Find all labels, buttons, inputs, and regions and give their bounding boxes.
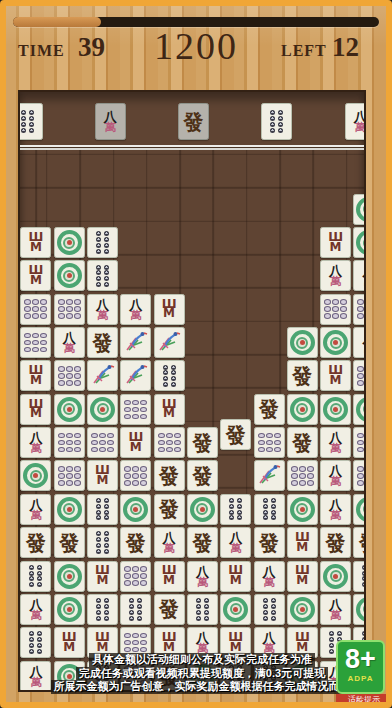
- eight-dots-tile[interactable]: [120, 594, 151, 625]
- fa-character: 發: [159, 599, 179, 619]
- fa-character: 發: [292, 433, 312, 453]
- eight-dots-icon: [195, 598, 210, 621]
- age-rating-badge: 8+ ADPA: [336, 640, 385, 694]
- time-value: 39: [78, 32, 105, 63]
- queue-eight-wan-tile: 八萬: [95, 103, 126, 140]
- wan-glyph: ШM: [128, 433, 143, 452]
- bamboo-bird-tile[interactable]: [87, 360, 118, 391]
- one-dot-circle-icon: [57, 597, 82, 622]
- eight-dots-icon: [28, 631, 43, 654]
- eight-wan-characters: 八萬: [163, 531, 176, 554]
- eight-wan-characters: 八萬: [329, 431, 342, 454]
- wan-glyph-tile[interactable]: ШM: [320, 360, 351, 391]
- nine-dots-tile[interactable]: [120, 561, 151, 592]
- eight-dots-tile[interactable]: [87, 494, 118, 525]
- fa-character: 發: [159, 499, 179, 519]
- fa-green-dragon-tile[interactable]: 發: [220, 419, 251, 450]
- fa-green-dragon-tile[interactable]: 發: [54, 527, 85, 558]
- eight-dots-tile[interactable]: [187, 594, 218, 625]
- nine-dots-icon: [357, 465, 366, 486]
- one-dot-circle-icon: [356, 397, 366, 422]
- one-dot-circle-icon: [290, 597, 315, 622]
- fa-character: 發: [292, 366, 312, 386]
- eight-dots-tile[interactable]: [87, 260, 118, 291]
- circle-1-dot-tile[interactable]: [287, 594, 318, 625]
- game-screen: TIME 39 1200 LEFT 12 八萬發八萬 ШMШMШM八萬八萬八萬八…: [0, 0, 392, 708]
- circle-1-dot-tile[interactable]: [54, 561, 85, 592]
- eight-wan-characters: 八萬: [263, 565, 276, 588]
- wan-glyph: ШM: [328, 233, 343, 252]
- wan-glyph: ШM: [295, 533, 310, 552]
- wan-glyph: ШM: [228, 633, 243, 652]
- eight-wan-tile[interactable]: 八萬: [320, 427, 351, 458]
- one-dot-circle-icon: [290, 330, 315, 355]
- fa-character: 發: [126, 533, 146, 553]
- eight-wan-tile[interactable]: 八萬: [187, 561, 218, 592]
- wan-glyph: ШM: [328, 366, 343, 385]
- fa-green-dragon-tile[interactable]: 發: [187, 527, 218, 558]
- wan-glyph: ШM: [162, 300, 177, 319]
- eight-wan-characters: 八萬: [129, 298, 142, 321]
- circle-1-dot-tile[interactable]: [54, 227, 85, 258]
- fa-character: 發: [226, 425, 246, 445]
- bamboo-bird-icon: [91, 362, 115, 390]
- circle-1-dot-tile[interactable]: [353, 227, 366, 258]
- nine-dots-icon: [124, 632, 148, 653]
- fa-green-dragon-tile[interactable]: 發: [187, 460, 218, 491]
- nine-dots-icon: [24, 332, 48, 353]
- wan-glyph-tile[interactable]: ШM: [287, 561, 318, 592]
- bamboo-bird-icon: [257, 462, 281, 490]
- one-dot-circle-icon: [356, 497, 366, 522]
- nine-dots-tile[interactable]: [20, 327, 51, 358]
- nine-dots-tile[interactable]: [154, 427, 185, 458]
- eight-dots-icon: [28, 564, 43, 587]
- left-label: LEFT: [281, 42, 327, 60]
- eight-dots-tile[interactable]: [87, 227, 118, 258]
- fa-character: 發: [259, 533, 279, 553]
- eight-wan-tile[interactable]: 八萬: [254, 561, 285, 592]
- nine-dots-icon: [57, 299, 81, 320]
- one-dot-circle-icon: [223, 597, 248, 622]
- eight-wan-tile[interactable]: 八萬: [20, 427, 51, 458]
- eight-dots-icon: [269, 110, 284, 133]
- eight-wan-tile[interactable]: 八萬: [353, 327, 366, 358]
- one-dot-circle-icon: [323, 397, 348, 422]
- eight-dots-tile[interactable]: [353, 561, 366, 592]
- nine-dots-icon: [24, 299, 48, 320]
- eight-wan-tile[interactable]: 八萬: [87, 294, 118, 325]
- nine-dots-tile[interactable]: [353, 294, 366, 325]
- fa-green-dragon-tile[interactable]: 發: [287, 427, 318, 458]
- fa-green-dragon-tile[interactable]: 發: [20, 527, 51, 558]
- wan-glyph-tile[interactable]: ШM: [20, 260, 51, 291]
- nine-dots-icon: [91, 432, 115, 453]
- eight-dots-tile[interactable]: [87, 594, 118, 625]
- wan-glyph: ШM: [28, 266, 43, 285]
- circle-1-dot-tile[interactable]: [353, 194, 366, 225]
- disclaimer-line: 所展示金额为广告创意，实际奖励金额根据任务完成情况而定: [51, 680, 354, 694]
- eight-dots-icon: [361, 564, 366, 587]
- eight-wan-characters: 八萬: [354, 110, 366, 133]
- circle-1-dot-tile[interactable]: [320, 561, 351, 592]
- nine-dots-tile[interactable]: [54, 460, 85, 491]
- score-value: 1200: [154, 24, 238, 68]
- eight-dots-icon: [128, 598, 143, 621]
- fa-green-dragon-tile[interactable]: 發: [353, 527, 366, 558]
- one-dot-circle-icon: [90, 397, 115, 422]
- wan-glyph-tile[interactable]: ШM: [154, 394, 185, 425]
- wan-glyph-tile[interactable]: ШM: [20, 394, 51, 425]
- one-dot-circle-icon: [23, 463, 48, 488]
- eight-wan-tile[interactable]: 八萬: [220, 527, 251, 558]
- circle-1-dot-tile[interactable]: [320, 394, 351, 425]
- eight-wan-tile[interactable]: 八萬: [320, 594, 351, 625]
- circle-1-dot-tile[interactable]: [320, 327, 351, 358]
- eight-dots-icon: [95, 598, 110, 621]
- circle-1-dot-tile[interactable]: [54, 260, 85, 291]
- circle-1-dot-tile[interactable]: [187, 494, 218, 525]
- nine-dots-tile[interactable]: [54, 427, 85, 458]
- eight-wan-characters: 八萬: [263, 631, 276, 654]
- eight-dots-tile[interactable]: [254, 594, 285, 625]
- wan-glyph: ШM: [295, 566, 310, 585]
- fa-character: 發: [259, 399, 279, 419]
- age-rating-value: 8+: [338, 644, 383, 674]
- wan-glyph-tile[interactable]: ШM: [87, 561, 118, 592]
- wan-glyph-tile[interactable]: ШM: [154, 561, 185, 592]
- age-rating-org: ADPA: [338, 674, 383, 683]
- nine-dots-tile[interactable]: [54, 294, 85, 325]
- eight-dots-icon: [95, 231, 110, 254]
- fa-character: 發: [184, 112, 204, 132]
- one-dot-circle-icon: [356, 197, 366, 222]
- eight-dots-icon: [262, 498, 277, 521]
- eight-dots-icon: [162, 364, 177, 387]
- left-value: 12: [332, 32, 359, 63]
- fa-green-dragon-tile[interactable]: 發: [154, 594, 185, 625]
- eight-wan-characters: 八萬: [362, 264, 366, 287]
- bamboo-bird-tile[interactable]: [154, 327, 185, 358]
- circle-1-dot-tile[interactable]: [20, 460, 51, 491]
- one-dot-circle-icon: [57, 263, 82, 288]
- wan-glyph: ШM: [95, 633, 110, 652]
- nine-dots-tile[interactable]: [120, 460, 151, 491]
- fa-green-dragon-tile[interactable]: 發: [120, 527, 151, 558]
- one-dot-circle-icon: [57, 497, 82, 522]
- nine-dots-icon: [124, 566, 148, 587]
- fa-character: 發: [26, 533, 46, 553]
- circle-1-dot-tile[interactable]: [353, 494, 366, 525]
- fa-green-dragon-tile[interactable]: 發: [87, 327, 118, 358]
- eight-wan-characters: 八萬: [329, 498, 342, 521]
- wan-glyph: ШM: [162, 400, 177, 419]
- eight-dots-icon: [95, 264, 110, 287]
- nine-dots-icon: [290, 465, 314, 486]
- one-dot-circle-icon: [356, 597, 366, 622]
- eight-wan-characters: 八萬: [329, 464, 342, 487]
- fa-character: 發: [93, 333, 113, 353]
- disclaimer-line: 完成任务或观看视频积累提现额度，满0.3元可提现: [76, 667, 328, 681]
- wan-glyph-tile[interactable]: ШM: [20, 227, 51, 258]
- nine-dots-tile[interactable]: [353, 460, 366, 491]
- wan-glyph: ШM: [28, 400, 43, 419]
- circle-1-dot-tile[interactable]: [287, 327, 318, 358]
- eight-wan-characters: 八萬: [29, 431, 42, 454]
- time-label: TIME: [18, 42, 65, 60]
- circle-1-dot-tile[interactable]: [120, 494, 151, 525]
- queue-fa-green-dragon-tile: 發: [178, 103, 209, 140]
- ad-disclaimer-text: 具体金额以活动细则公布及实际完成任务为准完成任务或观看视频积累提现额度，满0.3…: [6, 653, 392, 694]
- circle-1-dot-tile[interactable]: [287, 494, 318, 525]
- bamboo-bird-tile[interactable]: [120, 360, 151, 391]
- eight-dots-icon: [95, 498, 110, 521]
- one-dot-circle-icon: [190, 497, 215, 522]
- circle-1-dot-tile[interactable]: [87, 394, 118, 425]
- bamboo-bird-icon: [157, 329, 181, 357]
- eight-dots-tile[interactable]: [254, 494, 285, 525]
- queue-eight-dots-tile: [261, 103, 292, 140]
- eight-wan-characters: 八萬: [229, 531, 242, 554]
- eight-wan-tile[interactable]: 八萬: [320, 260, 351, 291]
- fa-green-dragon-tile[interactable]: 發: [254, 527, 285, 558]
- fa-character: 發: [359, 533, 366, 553]
- eight-dots-icon: [262, 598, 277, 621]
- one-dot-circle-icon: [57, 397, 82, 422]
- circle-1-dot-tile[interactable]: [353, 394, 366, 425]
- circle-1-dot-tile[interactable]: [287, 394, 318, 425]
- one-dot-circle-icon: [290, 397, 315, 422]
- game-board: 八萬發八萬 ШMШMШM八萬八萬八萬八萬ШM八萬發八萬ШM發ШMШMШM發八萬Ш…: [18, 90, 366, 692]
- wan-glyph-tile[interactable]: ШM: [154, 294, 185, 325]
- nine-dots-icon: [57, 432, 81, 453]
- nine-dots-tile[interactable]: [353, 427, 366, 458]
- wan-glyph-tile[interactable]: ШM: [20, 360, 51, 391]
- eight-wan-characters: 八萬: [196, 631, 209, 654]
- eight-wan-tile[interactable]: 八萬: [320, 460, 351, 491]
- one-dot-circle-icon: [57, 564, 82, 589]
- queue-separator-line: [20, 145, 364, 150]
- circle-1-dot-tile[interactable]: [220, 594, 251, 625]
- eight-wan-tile[interactable]: 八萬: [353, 260, 366, 291]
- eight-dots-icon: [95, 531, 110, 554]
- nine-dots-icon: [357, 432, 366, 453]
- bamboo-bird-icon: [124, 362, 148, 390]
- eight-wan-tile[interactable]: 八萬: [20, 494, 51, 525]
- fa-character: 發: [192, 433, 212, 453]
- one-dot-circle-icon: [57, 230, 82, 255]
- eight-wan-characters: 八萬: [29, 598, 42, 621]
- nine-dots-tile[interactable]: [54, 360, 85, 391]
- wan-glyph: ШM: [28, 366, 43, 385]
- queue-eight-wan-tile: 八萬: [345, 103, 366, 140]
- queue-eight-dots-tile: [18, 103, 43, 140]
- fa-green-dragon-tile[interactable]: 發: [154, 494, 185, 525]
- one-dot-circle-icon: [290, 497, 315, 522]
- eight-wan-tile[interactable]: 八萬: [154, 527, 185, 558]
- wan-glyph: ШM: [295, 633, 310, 652]
- wan-glyph-tile[interactable]: ШM: [320, 227, 351, 258]
- bamboo-bird-tile[interactable]: [254, 460, 285, 491]
- one-dot-circle-icon: [323, 564, 348, 589]
- eight-dots-tile[interactable]: [154, 360, 185, 391]
- one-dot-circle-icon: [323, 330, 348, 355]
- one-dot-circle-icon: [123, 497, 148, 522]
- nine-dots-tile[interactable]: [87, 427, 118, 458]
- eight-wan-characters: 八萬: [29, 498, 42, 521]
- nine-dots-tile[interactable]: [287, 460, 318, 491]
- wan-glyph-tile[interactable]: ШM: [220, 561, 251, 592]
- wan-glyph: ШM: [62, 633, 77, 652]
- eight-wan-tile[interactable]: 八萬: [320, 494, 351, 525]
- fa-green-dragon-tile[interactable]: 發: [154, 460, 185, 491]
- nine-dots-tile[interactable]: [20, 294, 51, 325]
- fa-character: 發: [59, 533, 79, 553]
- fa-character: 發: [192, 466, 212, 486]
- wan-glyph: ШM: [28, 233, 43, 252]
- circle-1-dot-tile[interactable]: [353, 594, 366, 625]
- eight-dots-tile[interactable]: [220, 494, 251, 525]
- one-dot-circle-icon: [356, 230, 366, 255]
- eight-wan-tile[interactable]: 八萬: [54, 327, 85, 358]
- fa-character: 發: [326, 533, 346, 553]
- nine-dots-icon: [357, 365, 366, 386]
- eight-wan-characters: 八萬: [63, 331, 76, 354]
- disclaimer-line: 具体金额以活动细则公布及实际完成任务为准: [89, 653, 315, 667]
- wan-glyph: ШM: [162, 566, 177, 585]
- eight-dots-tile[interactable]: [87, 527, 118, 558]
- nine-dots-tile[interactable]: [254, 427, 285, 458]
- nine-dots-icon: [257, 432, 281, 453]
- circle-1-dot-tile[interactable]: [54, 594, 85, 625]
- wan-glyph-tile[interactable]: ШM: [287, 527, 318, 558]
- nine-dots-icon: [57, 365, 81, 386]
- eight-wan-characters: 八萬: [196, 565, 209, 588]
- eight-wan-characters: 八萬: [104, 110, 117, 133]
- nine-dots-icon: [157, 432, 181, 453]
- circle-1-dot-tile[interactable]: [54, 394, 85, 425]
- eight-wan-characters: 八萬: [329, 598, 342, 621]
- fa-character: 發: [192, 533, 212, 553]
- wan-glyph-tile[interactable]: ШM: [120, 427, 151, 458]
- nine-dots-icon: [124, 399, 148, 420]
- nine-dots-tile[interactable]: [353, 360, 366, 391]
- eight-wan-tile[interactable]: 八萬: [20, 594, 51, 625]
- fa-green-dragon-tile[interactable]: 發: [187, 427, 218, 458]
- nine-dots-icon: [357, 299, 366, 320]
- time-progress-fill: [13, 17, 101, 27]
- eight-wan-characters: 八萬: [96, 298, 109, 321]
- fa-character: 發: [159, 466, 179, 486]
- eight-dots-icon: [20, 110, 35, 133]
- age-note-strip: 适龄提示: [336, 694, 392, 706]
- wan-glyph-tile[interactable]: ШM: [87, 460, 118, 491]
- nine-dots-tile[interactable]: [320, 294, 351, 325]
- fa-green-dragon-tile[interactable]: 發: [254, 394, 285, 425]
- circle-1-dot-tile[interactable]: [54, 494, 85, 525]
- wan-glyph: ШM: [162, 633, 177, 652]
- eight-dots-icon: [228, 498, 243, 521]
- nine-dots-icon: [324, 299, 348, 320]
- bamboo-bird-icon: [124, 329, 148, 357]
- eight-wan-characters: 八萬: [329, 264, 342, 287]
- eight-wan-tile[interactable]: 八萬: [120, 294, 151, 325]
- bamboo-bird-tile[interactable]: [120, 327, 151, 358]
- nine-dots-icon: [124, 465, 148, 486]
- eight-wan-characters: 八萬: [362, 331, 366, 354]
- wan-glyph: ШM: [95, 566, 110, 585]
- fa-green-dragon-tile[interactable]: 發: [287, 360, 318, 391]
- wan-glyph: ШM: [95, 466, 110, 485]
- eight-dots-tile[interactable]: [20, 561, 51, 592]
- nine-dots-tile[interactable]: [120, 394, 151, 425]
- nine-dots-icon: [57, 465, 81, 486]
- fa-green-dragon-tile[interactable]: 發: [320, 527, 351, 558]
- wan-glyph: ШM: [228, 566, 243, 585]
